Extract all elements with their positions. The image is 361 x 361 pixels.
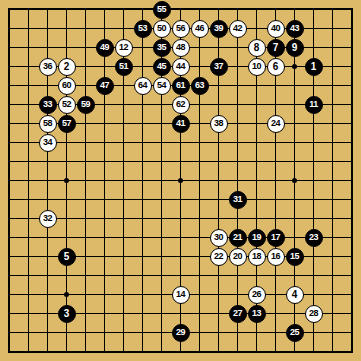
move-number: 18 xyxy=(252,252,261,261)
move-number: 19 xyxy=(252,233,261,242)
stone-black-5: 5 xyxy=(58,248,76,266)
stone-white-56: 56 xyxy=(172,20,190,38)
stone-white-22: 22 xyxy=(210,248,228,266)
stone-black-57: 57 xyxy=(58,115,76,133)
stone-black-37: 37 xyxy=(210,58,228,76)
move-number: 11 xyxy=(309,100,318,109)
stone-black-1: 1 xyxy=(305,58,323,76)
stone-white-16: 16 xyxy=(267,248,285,266)
move-number: 25 xyxy=(290,328,299,337)
stone-black-61: 61 xyxy=(172,77,190,95)
move-number: 49 xyxy=(100,43,109,52)
stone-black-21: 21 xyxy=(229,229,247,247)
stone-white-26: 26 xyxy=(248,286,266,304)
move-number: 35 xyxy=(157,43,166,52)
stone-white-34: 34 xyxy=(39,134,57,152)
stone-black-33: 33 xyxy=(39,96,57,114)
stone-white-42: 42 xyxy=(229,20,247,38)
move-number: 21 xyxy=(233,233,242,242)
move-number: 51 xyxy=(119,62,128,71)
stone-black-19: 19 xyxy=(248,229,266,247)
stone-white-46: 46 xyxy=(191,20,209,38)
move-number: 5 xyxy=(64,252,70,262)
move-number: 6 xyxy=(273,62,279,72)
stone-white-54: 54 xyxy=(153,77,171,95)
move-number: 43 xyxy=(290,24,299,33)
stone-black-49: 49 xyxy=(96,39,114,57)
move-number: 61 xyxy=(176,81,185,90)
move-number: 30 xyxy=(214,233,223,242)
stone-white-32: 32 xyxy=(39,210,57,228)
move-number: 22 xyxy=(214,252,223,261)
move-number: 16 xyxy=(271,252,280,261)
stone-black-29: 29 xyxy=(172,324,190,342)
stone-white-14: 14 xyxy=(172,286,190,304)
move-number: 52 xyxy=(62,100,71,109)
move-number: 59 xyxy=(81,100,90,109)
stone-white-2: 2 xyxy=(58,58,76,76)
move-number: 44 xyxy=(176,62,185,71)
move-number: 20 xyxy=(233,252,242,261)
stone-black-53: 53 xyxy=(134,20,152,38)
stone-white-62: 62 xyxy=(172,96,190,114)
move-number: 36 xyxy=(43,62,52,71)
stone-black-47: 47 xyxy=(96,77,114,95)
stone-black-25: 25 xyxy=(286,324,304,342)
stone-white-60: 60 xyxy=(58,77,76,95)
move-number: 33 xyxy=(43,100,52,109)
stone-black-11: 11 xyxy=(305,96,323,114)
move-number: 2 xyxy=(64,62,70,72)
move-number: 14 xyxy=(176,290,185,299)
move-number: 29 xyxy=(176,328,185,337)
stone-white-50: 50 xyxy=(153,20,171,38)
move-number: 39 xyxy=(214,24,223,33)
stone-white-10: 10 xyxy=(248,58,266,76)
stone-white-4: 4 xyxy=(286,286,304,304)
stone-white-18: 18 xyxy=(248,248,266,266)
stone-black-17: 17 xyxy=(267,229,285,247)
move-number: 24 xyxy=(271,119,280,128)
stone-white-44: 44 xyxy=(172,58,190,76)
move-number: 26 xyxy=(252,290,261,299)
stones-layer: 1234567891011121314151617181920212223242… xyxy=(0,0,361,361)
move-number: 42 xyxy=(233,24,242,33)
stone-white-8: 8 xyxy=(248,39,266,57)
move-number: 8 xyxy=(254,43,260,53)
move-number: 32 xyxy=(43,214,52,223)
stone-black-15: 15 xyxy=(286,248,304,266)
go-board-diagram: 1234567891011121314151617181920212223242… xyxy=(0,0,361,361)
stone-black-7: 7 xyxy=(267,39,285,57)
stone-black-39: 39 xyxy=(210,20,228,38)
move-number: 50 xyxy=(157,24,166,33)
move-number: 53 xyxy=(138,24,147,33)
stone-black-3: 3 xyxy=(58,305,76,323)
move-number: 12 xyxy=(119,43,128,52)
stone-white-20: 20 xyxy=(229,248,247,266)
stone-black-9: 9 xyxy=(286,39,304,57)
move-number: 10 xyxy=(252,62,261,71)
move-number: 45 xyxy=(157,62,166,71)
stone-white-38: 38 xyxy=(210,115,228,133)
stone-white-12: 12 xyxy=(115,39,133,57)
move-number: 4 xyxy=(292,290,298,300)
stone-white-40: 40 xyxy=(267,20,285,38)
move-number: 13 xyxy=(252,309,261,318)
stone-white-28: 28 xyxy=(305,305,323,323)
move-number: 47 xyxy=(100,81,109,90)
move-number: 57 xyxy=(62,119,71,128)
move-number: 3 xyxy=(64,309,70,319)
stone-black-27: 27 xyxy=(229,305,247,323)
stone-black-43: 43 xyxy=(286,20,304,38)
stone-black-63: 63 xyxy=(191,77,209,95)
move-number: 23 xyxy=(309,233,318,242)
move-number: 31 xyxy=(233,195,242,204)
stone-white-24: 24 xyxy=(267,115,285,133)
move-number: 55 xyxy=(157,5,166,14)
move-number: 7 xyxy=(273,43,279,53)
stone-black-35: 35 xyxy=(153,39,171,57)
stone-white-64: 64 xyxy=(134,77,152,95)
stone-white-58: 58 xyxy=(39,115,57,133)
move-number: 37 xyxy=(214,62,223,71)
stone-black-31: 31 xyxy=(229,191,247,209)
stone-black-13: 13 xyxy=(248,305,266,323)
stone-white-6: 6 xyxy=(267,58,285,76)
stone-black-59: 59 xyxy=(77,96,95,114)
move-number: 58 xyxy=(43,119,52,128)
move-number: 64 xyxy=(138,81,147,90)
stone-black-55: 55 xyxy=(153,1,171,19)
stone-black-51: 51 xyxy=(115,58,133,76)
move-number: 40 xyxy=(271,24,280,33)
move-number: 15 xyxy=(290,252,299,261)
stone-white-30: 30 xyxy=(210,229,228,247)
stone-white-52: 52 xyxy=(58,96,76,114)
move-number: 28 xyxy=(309,309,318,318)
move-number: 63 xyxy=(195,81,204,90)
stone-white-48: 48 xyxy=(172,39,190,57)
move-number: 62 xyxy=(176,100,185,109)
move-number: 54 xyxy=(157,81,166,90)
move-number: 27 xyxy=(233,309,242,318)
stone-black-23: 23 xyxy=(305,229,323,247)
move-number: 38 xyxy=(214,119,223,128)
stone-black-41: 41 xyxy=(172,115,190,133)
move-number: 9 xyxy=(292,43,298,53)
move-number: 34 xyxy=(43,138,52,147)
stone-white-36: 36 xyxy=(39,58,57,76)
move-number: 1 xyxy=(311,62,317,72)
move-number: 41 xyxy=(176,119,185,128)
move-number: 60 xyxy=(62,81,71,90)
stone-black-45: 45 xyxy=(153,58,171,76)
move-number: 17 xyxy=(271,233,280,242)
move-number: 56 xyxy=(176,24,185,33)
move-number: 48 xyxy=(176,43,185,52)
move-number: 46 xyxy=(195,24,204,33)
